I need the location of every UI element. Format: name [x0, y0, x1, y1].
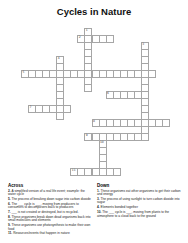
clue-number: 2 [79, 36, 81, 39]
across-clue-7: 7. ___ is not created or destroyed, but … [8, 211, 93, 215]
clue-number: 11 [72, 169, 76, 172]
down-clues: Down 1. These organisms eat other organi… [97, 183, 181, 219]
across-clue-11: 11. Resources/events that happen in natu… [8, 232, 93, 236]
clue-number: 8 [93, 120, 95, 123]
across-clue-2: 2. A simplified version of a real life e… [8, 190, 93, 197]
across-clue-9: 9. These organisms use photosynthesis to… [8, 224, 93, 231]
across-header: Across [8, 183, 93, 188]
grid-cell[interactable] [56, 112, 64, 120]
down-clue-3: 3. The process of using sunlight to turn… [97, 198, 181, 205]
across-clue-8: 8. These organisms break down dead organ… [8, 216, 93, 223]
grid-cell[interactable] [113, 168, 121, 176]
grid-cell[interactable] [148, 70, 156, 78]
grid-cell[interactable]: 2 [77, 35, 85, 43]
grid-cell[interactable] [162, 119, 170, 127]
grid-cell[interactable] [84, 84, 92, 92]
clue-number: 1 [86, 29, 88, 32]
across-clues: Across 2. A simplified version of a real… [8, 183, 93, 237]
clue-number: 10 [100, 141, 104, 144]
down-header: Down [97, 183, 181, 188]
across-clue-5: 5. The process of breaking down sugar in… [8, 198, 93, 202]
grid-cell[interactable] [134, 91, 142, 99]
clue-number: 5 [22, 71, 24, 74]
page-title: Cycles in Nature [0, 6, 188, 17]
grid-cell[interactable] [134, 133, 142, 141]
clue-number: 4 [58, 57, 60, 60]
down-clue-1: 1. These organisms eat other organisms t… [97, 190, 181, 197]
grid-cell[interactable] [77, 70, 85, 78]
clue-number: 6 [107, 92, 109, 95]
clue-number: 9 [86, 134, 88, 137]
grid-cell[interactable] [49, 105, 57, 113]
clue-number: 3 [142, 43, 144, 46]
across-clue-6: 6. The ___ cycle is ___, moving from pro… [8, 203, 93, 210]
clue-number: 7 [29, 106, 31, 109]
down-clue-10: 10. The ___ cycle is ___, moving from pl… [97, 211, 181, 218]
grid-cell[interactable] [63, 105, 71, 113]
grid-cell[interactable] [141, 133, 149, 141]
grid-cell[interactable] [134, 119, 142, 127]
grid-cell[interactable] [49, 70, 57, 78]
grid-cell[interactable] [134, 70, 142, 78]
grid-cell[interactable] [92, 168, 100, 176]
grid-cell[interactable] [106, 35, 114, 43]
